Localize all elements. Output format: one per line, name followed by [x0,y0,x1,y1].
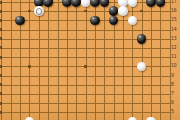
black-stone [146,0,156,7]
row-coordinate-label: 15 [171,18,176,23]
black-stone [109,6,119,16]
grid-line-vertical [151,0,152,120]
black-stone [156,0,166,7]
grid-line-vertical [142,0,143,120]
grid-line-vertical [11,0,12,120]
white-stone [25,117,35,120]
clipped-left-label-tick [0,56,2,59]
clipped-left-label-tick [0,92,2,95]
row-coordinate-label: 11 [171,55,176,60]
grid-line-vertical [123,0,124,120]
black-stone [90,0,100,7]
grid-line-horizontal [1,48,169,49]
row-coordinate-label: 17 [171,0,176,4]
white-stone [146,117,156,120]
clipped-left-label-tick [0,37,2,40]
clipped-left-label-tick [0,111,2,114]
grid-line-horizontal [1,94,169,95]
white-stone [118,6,128,16]
row-coordinate-label: 12 [171,46,176,51]
clipped-left-label-tick [0,46,2,49]
grid-line-vertical [160,0,161,120]
white-stone [128,117,138,120]
row-coordinate-label: 5 [171,110,174,115]
black-stone [109,16,119,26]
black-stone [71,0,81,7]
row-coordinate-label: 16 [171,9,176,14]
clipped-left-label-tick [0,28,2,31]
clipped-left-label-tick [0,1,2,4]
row-coordinate-label: 14 [171,27,176,32]
black-stone [15,16,25,26]
black-stone [90,16,100,26]
white-stone [81,0,91,7]
grid-line-horizontal [1,112,169,113]
clipped-left-label-tick [0,10,2,13]
grid-line-vertical [67,0,68,120]
black-stone [137,34,147,44]
white-stone [128,0,138,7]
grid-line-vertical [104,0,105,120]
black-stone [62,0,72,7]
grid-line-horizontal [1,57,169,58]
grid-line-vertical [86,0,87,120]
row-coordinate-label: 13 [171,37,176,42]
go-board[interactable]: 171615141312111098765 [0,0,180,120]
row-coordinate-label: 7 [171,92,174,97]
clipped-left-label-tick [0,74,2,77]
black-stone [43,0,53,7]
clipped-left-label-tick [0,102,2,105]
grid-line-horizontal [1,85,169,86]
grid-line-horizontal [1,76,169,77]
go-app-window: 171615141312111098765 [0,0,180,120]
white-stone [128,16,138,26]
grid-line-vertical [29,0,30,120]
grid-line-horizontal [1,103,169,104]
grid-line-vertical [58,0,59,120]
row-coordinate-label: 6 [171,101,174,106]
row-coordinate-label: 9 [171,73,174,78]
grid-line-horizontal [1,30,169,31]
grid-line-vertical [48,0,49,120]
clipped-left-label-tick [0,65,2,68]
star-point [28,65,30,67]
row-coordinate-label: 10 [171,64,176,69]
grid-line-horizontal [1,20,169,21]
black-stone [100,0,110,7]
star-point [84,65,86,67]
grid-line-vertical [39,0,40,120]
row-coordinate-label: 8 [171,82,174,87]
last-move-marker [36,8,43,15]
grid-line-vertical [76,0,77,120]
clipped-left-label-tick [0,83,2,86]
clipped-left-label-tick [0,19,2,22]
white-stone [137,62,147,72]
